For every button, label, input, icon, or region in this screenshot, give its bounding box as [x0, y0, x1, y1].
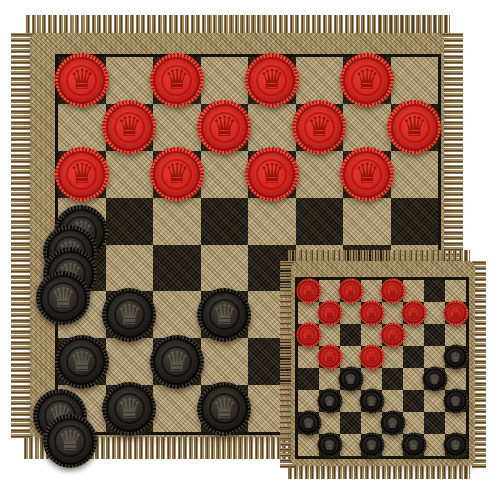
small-board-square-r3c6	[424, 346, 445, 368]
small-board-square-r0c2	[340, 280, 361, 302]
small-board-square-r7c0	[298, 434, 319, 456]
small-board-square-r7c6	[424, 434, 445, 456]
small-board-square-r1c6	[424, 302, 445, 324]
small-board-square-r2c5	[403, 324, 424, 346]
small-board-square-r1c4	[382, 302, 403, 324]
small-board-square-r2c6	[424, 324, 445, 346]
small-board-square-r7c5	[403, 434, 424, 456]
small-board-square-r6c7	[445, 412, 466, 434]
small-board	[295, 277, 469, 459]
small-board-square-r4c4	[382, 368, 403, 390]
small-board-square-r3c2	[340, 346, 361, 368]
small-board-square-r6c0	[298, 412, 319, 434]
small-board-square-r2c3	[361, 324, 382, 346]
small-board-square-r6c6	[424, 412, 445, 434]
small-board-square-r0c0	[298, 280, 319, 302]
small-board-square-r0c4	[382, 280, 403, 302]
small-board-square-r4c0	[298, 368, 319, 390]
small-board-square-r1c0	[298, 302, 319, 324]
small-board-square-r5c0	[298, 390, 319, 412]
small-board-square-r0c6	[424, 280, 445, 302]
small-board-square-r7c4	[382, 434, 403, 456]
small-board-square-r2c4	[382, 324, 403, 346]
small-board-square-r1c7	[445, 302, 466, 324]
small-board-square-r5c3	[361, 390, 382, 412]
small-board-square-r5c4	[382, 390, 403, 412]
small-board-square-r3c7	[445, 346, 466, 368]
small-rug-bottom-fringe	[288, 464, 470, 479]
small-board-square-r7c1	[319, 434, 340, 456]
small-board-square-r7c7	[445, 434, 466, 456]
small-board-square-r3c4	[382, 346, 403, 368]
small-board-square-r6c5	[403, 412, 424, 434]
small-board-square-r6c3	[361, 412, 382, 434]
small-board-square-r5c5	[403, 390, 424, 412]
small-board-square-r0c1	[319, 280, 340, 302]
small-board-square-r4c6	[424, 368, 445, 390]
small-board-square-r7c2	[340, 434, 361, 456]
small-board-square-r4c1	[319, 368, 340, 390]
small-board-square-r5c1	[319, 390, 340, 412]
small-board-square-r4c7	[445, 368, 466, 390]
small-board-square-r1c5	[403, 302, 424, 324]
small-board-square-r4c3	[361, 368, 382, 390]
small-board-square-r5c2	[340, 390, 361, 412]
small-board-square-r2c0	[298, 324, 319, 346]
small-board-square-r3c1	[319, 346, 340, 368]
small-board-square-r2c2	[340, 324, 361, 346]
small-board-square-r3c3	[361, 346, 382, 368]
small-board-square-r3c5	[403, 346, 424, 368]
small-board-square-r0c5	[403, 280, 424, 302]
small-board-square-r4c5	[403, 368, 424, 390]
small-board-square-r4c2	[340, 368, 361, 390]
small-board-square-r0c3	[361, 280, 382, 302]
small-board-square-r0c7	[445, 280, 466, 302]
small-checkers-rug: ♛♛♛♛♛♛♛♛♛♛♛♛♛♛♛♛♛♛♛♛♛♛♛	[0, 0, 500, 500]
small-board-square-r6c2	[340, 412, 361, 434]
small-board-square-r6c4	[382, 412, 403, 434]
small-board-square-r1c1	[319, 302, 340, 324]
small-board-square-r2c7	[445, 324, 466, 346]
small-board-square-r2c1	[319, 324, 340, 346]
small-board-square-r1c3	[361, 302, 382, 324]
small-board-square-r5c7	[445, 390, 466, 412]
small-board-square-r5c6	[424, 390, 445, 412]
product-photo-scene: ♛♛♛♛♛♛♛♛♛♛♛♛♛♛♛♛♛♛ ♛♛♛♛♛♛♛♛♛♛♛♛♛♛♛♛♛♛♛♛♛…	[0, 0, 500, 500]
small-board-square-r3c0	[298, 346, 319, 368]
small-board-square-r1c2	[340, 302, 361, 324]
small-board-square-r6c1	[319, 412, 340, 434]
small-board-square-r7c3	[361, 434, 382, 456]
